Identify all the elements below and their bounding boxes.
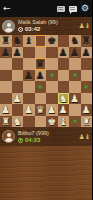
square-g3[interactable]: ♟ — [69, 93, 81, 105]
square-a6[interactable] — [0, 58, 12, 70]
list-icon[interactable] — [57, 6, 65, 12]
square-b7[interactable]: ♟ — [12, 47, 24, 59]
square-h1[interactable]: ♜ — [81, 116, 93, 128]
square-f3[interactable]: ♞ — [58, 93, 70, 105]
square-f7[interactable]: ♟ — [58, 47, 70, 59]
player-avatar[interactable] — [2, 130, 15, 143]
square-c8[interactable]: ♝ — [23, 35, 35, 47]
square-a3[interactable] — [0, 93, 12, 105]
settings-gear-icon[interactable]: ⚙ — [81, 4, 89, 13]
square-b3[interactable]: ♟ — [12, 93, 24, 105]
square-d6[interactable]: ♛ — [35, 58, 47, 70]
piece-white-pawn: ♟ — [0, 104, 12, 116]
square-e2[interactable]: ♟ — [46, 104, 58, 116]
square-f6[interactable] — [58, 58, 70, 70]
square-c6[interactable] — [23, 58, 35, 70]
square-c4[interactable] — [23, 81, 35, 93]
piece-black-queen: ♛ — [35, 58, 47, 70]
square-a5[interactable] — [0, 70, 12, 82]
opponent-time: 03:42 — [25, 26, 40, 33]
square-b5[interactable] — [12, 70, 24, 82]
piece-black-rook: ♜ — [81, 35, 93, 47]
square-d7[interactable] — [35, 47, 47, 59]
square-h6[interactable] — [81, 58, 93, 70]
square-e5[interactable] — [46, 70, 58, 82]
square-d5[interactable]: ♟ — [35, 70, 47, 82]
square-g5[interactable] — [69, 70, 81, 82]
square-c2[interactable]: ♟ — [23, 104, 35, 116]
piece-black-pawn: ♟ — [12, 47, 24, 59]
square-f8[interactable] — [58, 35, 70, 47]
chess-board: ♜♞♝♚♞♜♟♟♟♟♟♛♟♟♟♞♟♟♟♛♟♟♟♜♞♚♝♜ — [0, 35, 92, 127]
square-e7[interactable] — [46, 47, 58, 59]
square-b4[interactable] — [12, 81, 24, 93]
toolbar-actions: ⚙ — [57, 4, 89, 13]
square-e6[interactable] — [46, 58, 58, 70]
opponent-info: Malik Salah (99) 03:42 — [18, 19, 58, 33]
square-c3[interactable] — [23, 93, 35, 105]
square-g8[interactable]: ♞ — [69, 35, 81, 47]
piece-white-pawn: ♟ — [69, 93, 81, 105]
app-toolbar: ← ⚙ — [0, 0, 92, 17]
player-name: Bilibo7 (999) — [18, 130, 49, 136]
square-a1[interactable]: ♜ — [0, 116, 12, 128]
square-d1[interactable] — [35, 116, 47, 128]
square-b8[interactable]: ♞ — [12, 35, 24, 47]
square-h5[interactable] — [81, 70, 93, 82]
square-g4[interactable] — [69, 81, 81, 93]
piece-black-knight: ♞ — [12, 35, 24, 47]
piece-black-rook: ♜ — [0, 35, 12, 47]
square-h3[interactable] — [81, 93, 93, 105]
square-c1[interactable] — [23, 116, 35, 128]
square-f1[interactable]: ♝ — [58, 116, 70, 128]
square-h8[interactable]: ♜ — [81, 35, 93, 47]
square-b2[interactable] — [12, 104, 24, 116]
square-c5[interactable]: ♟ — [23, 70, 35, 82]
square-e3[interactable] — [46, 93, 58, 105]
square-c7[interactable] — [23, 47, 35, 59]
piece-black-king: ♚ — [46, 35, 58, 47]
square-e1[interactable]: ♚ — [46, 116, 58, 128]
square-b6[interactable] — [12, 58, 24, 70]
square-b1[interactable]: ♞ — [12, 116, 24, 128]
square-f4[interactable] — [58, 81, 70, 93]
square-g2[interactable] — [69, 104, 81, 116]
square-h7[interactable]: ♟ — [81, 47, 93, 59]
square-d4[interactable] — [35, 81, 47, 93]
wood-filler — [0, 146, 92, 200]
square-e4[interactable] — [46, 81, 58, 93]
square-a4[interactable] — [0, 81, 12, 93]
opponent-player-bar: Malik Salah (99) 03:42 ♟♝ — [0, 17, 92, 35]
square-e8[interactable]: ♚ — [46, 35, 58, 47]
square-d3[interactable] — [35, 93, 47, 105]
clock-icon — [18, 27, 23, 32]
piece-black-pawn: ♟ — [81, 47, 93, 59]
piece-white-king: ♚ — [46, 116, 58, 128]
piece-black-pawn: ♟ — [23, 70, 35, 82]
piece-white-pawn: ♟ — [58, 104, 70, 116]
square-f5[interactable] — [58, 70, 70, 82]
square-a7[interactable]: ♟ — [0, 47, 12, 59]
square-g6[interactable] — [69, 58, 81, 70]
opponent-name: Malik Salah (99) — [18, 19, 58, 25]
piece-white-pawn: ♟ — [46, 104, 58, 116]
player-captured-pieces: ♟♝ — [78, 133, 90, 141]
piece-black-pawn: ♟ — [35, 70, 47, 82]
piece-black-pawn: ♟ — [58, 47, 70, 59]
piece-black-pawn: ♟ — [0, 47, 12, 59]
square-a8[interactable]: ♜ — [0, 35, 12, 47]
piece-white-knight: ♞ — [58, 93, 70, 105]
square-g7[interactable]: ♟ — [69, 47, 81, 59]
square-g1[interactable] — [69, 116, 81, 128]
piece-white-pawn: ♟ — [23, 104, 35, 116]
piece-white-bishop: ♝ — [58, 116, 70, 128]
piece-white-knight: ♞ — [12, 116, 24, 128]
opponent-captured-pieces: ♟♝ — [78, 22, 90, 30]
player-bar: Bilibo7 (999) 04:23 ♟♝ — [0, 127, 92, 146]
chat-icon[interactable] — [69, 6, 77, 12]
player-time: 04:23 — [25, 137, 40, 144]
back-icon[interactable]: ← — [3, 4, 11, 13]
square-h2[interactable]: ♟ — [81, 104, 93, 116]
square-f2[interactable]: ♟ — [58, 104, 70, 116]
wood-background: Malik Salah (99) 03:42 ♟♝ ♜♞♝♚♞♜♟♟♟♟♟♛♟♟… — [0, 17, 92, 200]
opponent-avatar[interactable] — [2, 20, 15, 33]
chess-app-screen: ← ⚙ Malik Salah (99) 03:42 ♟♝ ♜♞♝♚♞♜♟♟♟♟… — [0, 0, 92, 200]
player-info: Bilibo7 (999) 04:23 — [18, 130, 49, 144]
piece-white-queen: ♛ — [35, 104, 47, 116]
piece-white-rook: ♜ — [0, 116, 12, 128]
piece-white-pawn: ♟ — [12, 93, 24, 105]
piece-black-pawn: ♟ — [69, 47, 81, 59]
square-h4[interactable] — [81, 81, 93, 93]
square-d2[interactable]: ♛ — [35, 104, 47, 116]
square-d8[interactable] — [35, 35, 47, 47]
piece-white-rook: ♜ — [81, 116, 93, 128]
square-a2[interactable]: ♟ — [0, 104, 12, 116]
clock-icon — [18, 138, 23, 143]
piece-black-knight: ♞ — [69, 35, 81, 47]
piece-white-pawn: ♟ — [81, 104, 93, 116]
piece-black-bishop: ♝ — [23, 35, 35, 47]
